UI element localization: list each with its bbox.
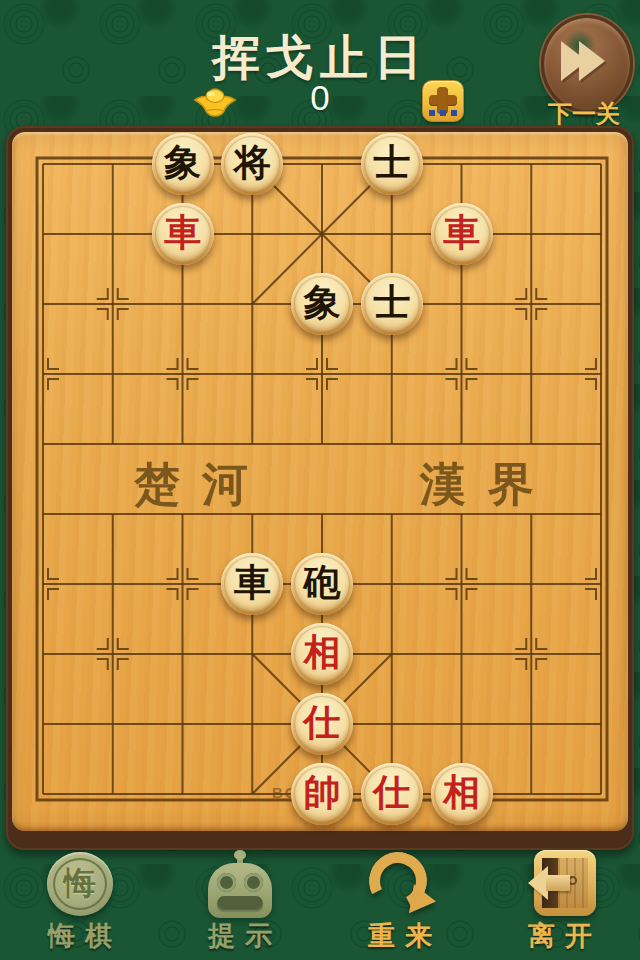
- robot-hint-icon: [208, 850, 272, 918]
- hint-label: 提示: [160, 918, 320, 954]
- xiangqi-board[interactable]: 楚河 漢界 BOTTOM 象将士車車象士車砲相仕帥仕相: [6, 126, 634, 850]
- piece-red-elephant[interactable]: 相: [291, 623, 353, 685]
- piece-black-chariot[interactable]: 車: [221, 553, 283, 615]
- piece-black-elephant[interactable]: 象: [152, 133, 214, 195]
- piece-black-cannon[interactable]: 砲: [291, 553, 353, 615]
- piece-red-chariot[interactable]: 車: [152, 203, 214, 265]
- restart-icon: [367, 850, 433, 918]
- piece-black-general[interactable]: 将: [221, 133, 283, 195]
- piece-black-advisor[interactable]: 士: [361, 273, 423, 335]
- fast-forward-icon: [561, 33, 613, 89]
- add-coins-button[interactable]: [422, 80, 464, 122]
- piece-black-elephant[interactable]: 象: [291, 273, 353, 335]
- exit-arrow-icon: [528, 866, 572, 900]
- exit-door-icon: [530, 850, 596, 916]
- restart-label: 重来: [320, 918, 480, 954]
- exit-label: 离开: [480, 918, 640, 954]
- river-label-right: 漢界: [420, 454, 556, 516]
- river-label-left: 楚河: [134, 454, 270, 516]
- app-root: 挥戈止日 0 下一关 楚河 漢界 BOTTOM 象将士車車象士車砲相仕帥仕相 悔…: [0, 0, 640, 960]
- piece-red-advisor[interactable]: 仕: [291, 693, 353, 755]
- hint-button[interactable]: 提示: [160, 850, 320, 960]
- undo-piece-icon: 悔: [47, 852, 113, 916]
- piece-red-general[interactable]: 帥: [291, 763, 353, 825]
- coin-count: 0: [260, 78, 380, 118]
- bottom-toolbar: 悔 悔棋 提示 重来 离开: [0, 850, 640, 960]
- piece-red-chariot[interactable]: 車: [431, 203, 493, 265]
- piece-black-advisor[interactable]: 士: [361, 133, 423, 195]
- undo-button[interactable]: 悔 悔棋: [0, 850, 160, 960]
- restart-button[interactable]: 重来: [320, 850, 480, 960]
- piece-red-elephant[interactable]: 相: [431, 763, 493, 825]
- piece-red-advisor[interactable]: 仕: [361, 763, 423, 825]
- undo-label: 悔棋: [0, 918, 160, 954]
- exit-button[interactable]: 离开: [480, 850, 640, 960]
- gold-ingot-icon: [192, 84, 238, 118]
